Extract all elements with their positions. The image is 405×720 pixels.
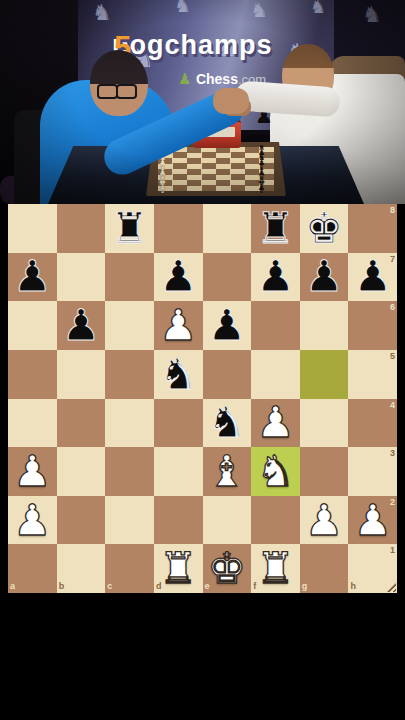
square-g7[interactable]: ♟: [300, 253, 349, 302]
square-g6[interactable]: [300, 301, 349, 350]
backdrop-knight-icon: ♞: [250, 0, 268, 20]
square-c2[interactable]: [105, 496, 154, 545]
piece-black-pawn-e6[interactable]: ♟: [208, 304, 247, 347]
square-a8[interactable]: [8, 204, 57, 253]
square-h3[interactable]: 3: [348, 447, 397, 496]
square-f5[interactable]: [251, 350, 300, 399]
piece-white-pawn-d6[interactable]: ♟: [159, 304, 198, 347]
square-a7[interactable]: ♟: [8, 253, 57, 302]
square-b2[interactable]: [57, 496, 106, 545]
piece-black-king-g8[interactable]: ♚: [305, 207, 344, 250]
file-label-b: b: [59, 582, 65, 591]
table-chessboard-squares: [158, 147, 274, 191]
square-g2[interactable]: ♟: [300, 496, 349, 545]
rank-label-6: 6: [390, 303, 395, 312]
square-c6[interactable]: [105, 301, 154, 350]
chesscom-logo-text: Chess: [196, 71, 238, 87]
square-b3[interactable]: [57, 447, 106, 496]
square-h4[interactable]: 4: [348, 399, 397, 448]
square-e8[interactable]: [203, 204, 252, 253]
rank-label-1: 1: [390, 546, 395, 555]
piece-white-pawn-g2[interactable]: ♟: [305, 499, 344, 542]
piece-white-bishop-e3[interactable]: ♝: [208, 450, 247, 493]
square-h2[interactable]: 2♟: [348, 496, 397, 545]
square-c3[interactable]: [105, 447, 154, 496]
square-h8[interactable]: 8: [348, 204, 397, 253]
piece-white-rook-f1[interactable]: ♜: [256, 547, 295, 590]
square-a4[interactable]: [8, 399, 57, 448]
square-b5[interactable]: [57, 350, 106, 399]
square-c4[interactable]: [105, 399, 154, 448]
square-h6[interactable]: 6: [348, 301, 397, 350]
piece-black-pawn-b6[interactable]: ♟: [62, 304, 101, 347]
backdrop-knight-icon: ♞: [174, 0, 191, 15]
video-frame: ♞ ♞ ♞ ♞ ♞ ♞ ♞ ♞ pogchamps5 ♟ Chess.com ♞…: [0, 0, 405, 204]
rank-label-5: 5: [390, 352, 395, 361]
square-a1[interactable]: a: [8, 544, 57, 593]
file-label-c: c: [107, 582, 112, 591]
square-e2[interactable]: [203, 496, 252, 545]
square-g8[interactable]: ♚: [300, 204, 349, 253]
square-d2[interactable]: [154, 496, 203, 545]
square-b6[interactable]: ♟: [57, 301, 106, 350]
piece-white-pawn-a3[interactable]: ♟: [13, 450, 52, 493]
square-c8[interactable]: ♜: [105, 204, 154, 253]
square-b7[interactable]: [57, 253, 106, 302]
square-e4[interactable]: ♞: [203, 399, 252, 448]
square-h7[interactable]: 7♟: [348, 253, 397, 302]
piece-black-pawn-h7[interactable]: ♟: [353, 255, 392, 298]
square-h5[interactable]: 5: [348, 350, 397, 399]
square-c7[interactable]: [105, 253, 154, 302]
file-label-e: e: [205, 582, 210, 591]
square-d7[interactable]: ♟: [154, 253, 203, 302]
piece-black-rook-c8[interactable]: ♜: [110, 207, 149, 250]
square-e3[interactable]: ♝: [203, 447, 252, 496]
glasses: [97, 84, 118, 99]
table-black-pieces: ♜♟♞♟♝♟♛♚♟♝♟♞♟♜♟: [258, 145, 273, 193]
square-d1[interactable]: d♜: [154, 544, 203, 593]
square-e1[interactable]: e♚: [203, 544, 252, 593]
square-a3[interactable]: ♟: [8, 447, 57, 496]
rank-label-7: 7: [390, 255, 395, 264]
square-c1[interactable]: c: [105, 544, 154, 593]
file-label-f: f: [253, 582, 256, 591]
piece-black-pawn-f7[interactable]: ♟: [256, 255, 295, 298]
chesscom-pawn-icon: ♟: [178, 70, 191, 88]
piece-black-knight-e4[interactable]: ♞: [208, 401, 247, 444]
square-a6[interactable]: [8, 301, 57, 350]
piece-black-knight-d5[interactable]: ♞: [159, 353, 198, 396]
rank-label-4: 4: [390, 401, 395, 410]
file-label-h: h: [350, 582, 356, 591]
square-d8[interactable]: [154, 204, 203, 253]
square-b8[interactable]: [57, 204, 106, 253]
square-d4[interactable]: [154, 399, 203, 448]
piece-white-pawn-f4[interactable]: ♟: [256, 401, 295, 444]
file-label-g: g: [302, 582, 308, 591]
backdrop-knight-icon: ♞: [362, 4, 382, 26]
square-e6[interactable]: ♟: [203, 301, 252, 350]
file-label-d: d: [156, 582, 162, 591]
square-f7[interactable]: ♟: [251, 253, 300, 302]
square-e5[interactable]: [203, 350, 252, 399]
square-g5[interactable]: [300, 350, 349, 399]
square-h1[interactable]: 1h: [348, 544, 397, 593]
piece-white-rook-d1[interactable]: ♜: [159, 547, 198, 590]
left-player-head: [90, 50, 148, 116]
rank-label-2: 2: [390, 498, 395, 507]
square-a5[interactable]: [8, 350, 57, 399]
piece-black-pawn-d7[interactable]: ♟: [159, 255, 198, 298]
piece-white-knight-f3[interactable]: ♞: [256, 450, 295, 493]
piece-white-pawn-h2[interactable]: ♟: [353, 499, 392, 542]
square-e7[interactable]: [203, 253, 252, 302]
handshake: [213, 88, 249, 114]
backdrop-knight-icon: ♞: [310, 0, 326, 16]
square-b1[interactable]: b: [57, 544, 106, 593]
square-f4[interactable]: ♟: [251, 399, 300, 448]
square-d5[interactable]: ♞: [154, 350, 203, 399]
rank-label-3: 3: [390, 449, 395, 458]
square-g4[interactable]: [300, 399, 349, 448]
backdrop-knight-icon: ♞: [92, 2, 112, 24]
page: ♞ ♞ ♞ ♞ ♞ ♞ ♞ ♞ pogchamps5 ♟ Chess.com ♞…: [0, 0, 405, 720]
square-f1[interactable]: f♜: [251, 544, 300, 593]
piece-black-rook-f8[interactable]: ♜: [256, 207, 295, 250]
piece-black-pawn-g7[interactable]: ♟: [305, 255, 344, 298]
piece-black-pawn-a7[interactable]: ♟: [13, 255, 52, 298]
square-c5[interactable]: [105, 350, 154, 399]
piece-white-pawn-a2[interactable]: ♟: [13, 499, 52, 542]
square-f6[interactable]: [251, 301, 300, 350]
chess-board: ♜♜♚8♟♟♟♟7♟♟♟♟6♞5♞♟4♟♝♞3♟♟2♟abcd♜e♚f♜g1h: [8, 204, 397, 593]
square-f2[interactable]: [251, 496, 300, 545]
piece-white-king-e1[interactable]: ♚: [208, 547, 247, 590]
square-g3[interactable]: [300, 447, 349, 496]
square-f8[interactable]: ♜: [251, 204, 300, 253]
square-f3[interactable]: ♞: [251, 447, 300, 496]
square-d6[interactable]: ♟: [154, 301, 203, 350]
square-a2[interactable]: ♟: [8, 496, 57, 545]
file-label-a: a: [10, 582, 15, 591]
square-d3[interactable]: [154, 447, 203, 496]
square-b4[interactable]: [57, 399, 106, 448]
square-g1[interactable]: g: [300, 544, 349, 593]
rank-label-8: 8: [390, 206, 395, 215]
